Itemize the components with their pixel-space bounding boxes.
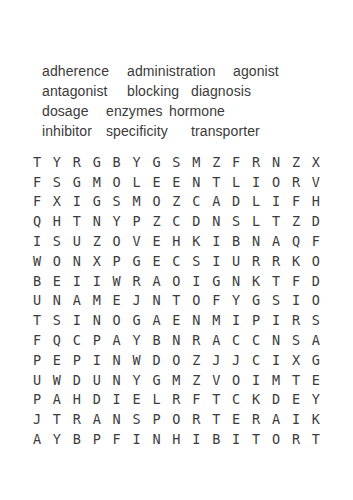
grid-cell-r9c6: G <box>127 310 147 330</box>
grid-cell-r3c15: H <box>306 192 326 212</box>
grid-cell-r10c12: C <box>246 330 266 350</box>
grid-cell-r4c1: Q <box>27 211 47 231</box>
grid-cell-r13c3: H <box>67 390 87 410</box>
grid-cell-r14c4: A <box>87 409 107 429</box>
grid-cell-r5c5: O <box>107 231 127 251</box>
grid-cell-r7c6: R <box>127 271 147 291</box>
grid-cell-r15c4: P <box>87 429 107 449</box>
grid-cell-r14c15: K <box>306 409 326 429</box>
grid-cell-r2c15: V <box>306 172 326 192</box>
word-list-item-dosage: dosage <box>42 104 89 119</box>
word-search-page: adherence administration agonist antagon… <box>0 0 353 500</box>
grid-cell-r11c4: I <box>87 350 107 370</box>
grid-cell-r13c4: D <box>87 390 107 410</box>
grid-cell-r14c11: E <box>226 409 246 429</box>
grid-cell-r12c12: I <box>246 370 266 390</box>
grid-cell-r8c12: G <box>246 291 266 311</box>
grid-cell-r8c11: Y <box>226 291 246 311</box>
grid-cell-r9c7: A <box>147 310 167 330</box>
grid-cell-r5c12: N <box>246 231 266 251</box>
grid-cell-r10c14: S <box>286 330 306 350</box>
grid-cell-r3c4: G <box>87 192 107 212</box>
grid-cell-r9c3: I <box>67 310 87 330</box>
grid-cell-r12c5: N <box>107 370 127 390</box>
grid-cell-r15c9: I <box>186 429 206 449</box>
grid-cell-r11c7: D <box>147 350 167 370</box>
grid-cell-r12c4: U <box>87 370 107 390</box>
grid-cell-r3c14: F <box>286 192 306 212</box>
grid-cell-r1c13: N <box>266 152 286 172</box>
grid-cell-r5c8: H <box>166 231 186 251</box>
grid-cell-r12c2: W <box>47 370 67 390</box>
grid-cell-r5c14: Q <box>286 231 306 251</box>
grid-cell-r2c3: G <box>67 172 87 192</box>
grid-cell-r12c10: V <box>206 370 226 390</box>
grid-cell-r6c8: C <box>166 251 186 271</box>
grid-cell-r6c7: E <box>147 251 167 271</box>
grid-cell-r13c1: P <box>27 390 47 410</box>
grid-cell-r6c14: K <box>286 251 306 271</box>
grid-cell-r2c4: M <box>87 172 107 192</box>
grid-cell-r8c2: N <box>47 291 67 311</box>
grid-cell-r7c15: D <box>306 271 326 291</box>
grid-cell-r3c10: A <box>206 192 226 212</box>
grid-cell-r1c8: S <box>166 152 186 172</box>
grid-cell-r8c5: E <box>107 291 127 311</box>
word-list-item-antagonist: antagonist <box>42 84 108 99</box>
grid-cell-r15c10: B <box>206 429 226 449</box>
grid-cell-r11c11: J <box>226 350 246 370</box>
grid-cell-r12c6: Y <box>127 370 147 390</box>
grid-cell-r2c5: O <box>107 172 127 192</box>
grid-cell-r10c1: F <box>27 330 47 350</box>
grid-cell-r2c2: S <box>47 172 67 192</box>
grid-cell-r1c6: Y <box>127 152 147 172</box>
grid-cell-r3c3: I <box>67 192 87 212</box>
grid-cell-r7c4: I <box>87 271 107 291</box>
grid-cell-r15c1: A <box>27 429 47 449</box>
grid-cell-r15c2: Y <box>47 429 67 449</box>
grid-cell-r15c15: T <box>306 429 326 449</box>
grid-cell-r15c3: B <box>67 429 87 449</box>
grid-cell-r9c13: I <box>266 310 286 330</box>
grid-cell-r12c14: T <box>286 370 306 390</box>
grid-cell-r10c2: Q <box>47 330 67 350</box>
grid-cell-r15c8: H <box>166 429 186 449</box>
grid-cell-r3c1: F <box>27 192 47 212</box>
grid-cell-r6c4: X <box>87 251 107 271</box>
grid-cell-r6c12: R <box>246 251 266 271</box>
grid-cell-r2c11: L <box>226 172 246 192</box>
grid-cell-r7c2: E <box>47 271 67 291</box>
grid-cell-r14c7: P <box>147 409 167 429</box>
grid-cell-r7c14: F <box>286 271 306 291</box>
grid-cell-r7c9: I <box>186 271 206 291</box>
grid-cell-r7c8: O <box>166 271 186 291</box>
grid-cell-r8c7: N <box>147 291 167 311</box>
grid-cell-r11c15: G <box>306 350 326 370</box>
grid-cell-r13c13: D <box>266 390 286 410</box>
grid-cell-r3c7: O <box>147 192 167 212</box>
grid-cell-r13c10: T <box>206 390 226 410</box>
grid-cell-r13c8: R <box>166 390 186 410</box>
grid-cell-r1c10: Z <box>206 152 226 172</box>
grid-cell-r13c11: C <box>226 390 246 410</box>
grid-cell-r8c9: O <box>186 291 206 311</box>
grid-cell-r2c12: I <box>246 172 266 192</box>
grid-cell-r5c15: F <box>306 231 326 251</box>
grid-cell-r2c13: O <box>266 172 286 192</box>
grid-cell-r14c13: A <box>266 409 286 429</box>
word-list-item-adherence: adherence <box>42 64 109 79</box>
grid-cell-r13c14: E <box>286 390 306 410</box>
grid-cell-r5c4: Z <box>87 231 107 251</box>
grid-cell-r1c15: X <box>306 152 326 172</box>
grid-cell-r6c9: S <box>186 251 206 271</box>
grid-cell-r9c5: O <box>107 310 127 330</box>
grid-cell-r1c5: B <box>107 152 127 172</box>
grid-cell-r8c13: S <box>266 291 286 311</box>
grid-cell-r9c8: E <box>166 310 186 330</box>
grid-cell-r15c7: N <box>147 429 167 449</box>
grid-cell-r9c2: S <box>47 310 67 330</box>
grid-cell-r8c15: O <box>306 291 326 311</box>
grid-cell-r5c13: A <box>266 231 286 251</box>
grid-cell-r4c3: T <box>67 211 87 231</box>
grid-cell-r15c13: O <box>266 429 286 449</box>
grid-cell-r1c12: R <box>246 152 266 172</box>
grid-cell-r4c11: S <box>226 211 246 231</box>
grid-cell-r9c14: R <box>286 310 306 330</box>
grid-cell-r3c9: C <box>186 192 206 212</box>
word-list-item-enzymes: enzymes <box>106 104 163 119</box>
grid-cell-r8c8: T <box>166 291 186 311</box>
grid-cell-r13c7: L <box>147 390 167 410</box>
grid-cell-r4c5: Y <box>107 211 127 231</box>
grid-cell-r8c14: I <box>286 291 306 311</box>
grid-cell-r2c14: R <box>286 172 306 192</box>
grid-cell-r10c4: P <box>87 330 107 350</box>
grid-cell-r14c3: R <box>67 409 87 429</box>
grid-cell-r3c12: L <box>246 192 266 212</box>
grid-cell-r5c10: I <box>206 231 226 251</box>
grid-cell-r13c6: E <box>127 390 147 410</box>
grid-cell-r7c10: G <box>206 271 226 291</box>
grid-cell-r13c12: K <box>246 390 266 410</box>
grid-cell-r6c6: G <box>127 251 147 271</box>
grid-cell-r8c3: A <box>67 291 87 311</box>
word-list-item-blocking: blocking <box>127 84 179 99</box>
grid-cell-r4c9: D <box>186 211 206 231</box>
grid-cell-r14c8: O <box>166 409 186 429</box>
grid-cell-r11c5: N <box>107 350 127 370</box>
grid-cell-r6c2: O <box>47 251 67 271</box>
grid-cell-r12c13: M <box>266 370 286 390</box>
grid-cell-r15c5: F <box>107 429 127 449</box>
word-list-item-agonist: agonist <box>233 64 279 79</box>
grid-cell-r2c7: E <box>147 172 167 192</box>
grid-cell-r14c12: R <box>246 409 266 429</box>
grid-cell-r9c4: N <box>87 310 107 330</box>
grid-cell-r10c10: A <box>206 330 226 350</box>
grid-cell-r10c15: A <box>306 330 326 350</box>
grid-cell-r2c6: L <box>127 172 147 192</box>
grid-cell-r3c6: M <box>127 192 147 212</box>
grid-cell-r1c14: Z <box>286 152 306 172</box>
grid-cell-r2c10: T <box>206 172 226 192</box>
grid-cell-r3c2: X <box>47 192 67 212</box>
grid-cell-r4c14: Z <box>286 211 306 231</box>
grid-cell-r9c9: N <box>186 310 206 330</box>
grid-cell-r10c11: C <box>226 330 246 350</box>
grid-cell-r2c9: N <box>186 172 206 192</box>
grid-cell-r6c13: R <box>266 251 286 271</box>
grid-cell-r4c4: N <box>87 211 107 231</box>
grid-cell-r12c11: O <box>226 370 246 390</box>
grid-cell-r1c1: T <box>27 152 47 172</box>
grid-cell-r11c13: I <box>266 350 286 370</box>
word-list-item-diagnosis: diagnosis <box>191 84 251 99</box>
grid-cell-r2c8: E <box>166 172 186 192</box>
grid-cell-r11c10: J <box>206 350 226 370</box>
grid-cell-r14c6: S <box>127 409 147 429</box>
grid-cell-r11c12: C <box>246 350 266 370</box>
grid-cell-r9c11: I <box>226 310 246 330</box>
grid-cell-r12c3: D <box>67 370 87 390</box>
grid-cell-r14c10: T <box>206 409 226 429</box>
grid-cell-r7c3: I <box>67 271 87 291</box>
word-list-item-transporter: transporter <box>191 124 260 139</box>
grid-cell-r1c2: Y <box>47 152 67 172</box>
grid-cell-r14c5: N <box>107 409 127 429</box>
grid-cell-r1c11: F <box>226 152 246 172</box>
grid-cell-r13c15: Y <box>306 390 326 410</box>
grid-cell-r8c10: F <box>206 291 226 311</box>
grid-cell-r14c1: J <box>27 409 47 429</box>
grid-cell-r11c2: E <box>47 350 67 370</box>
grid-cell-r6c3: N <box>67 251 87 271</box>
grid-cell-r12c1: U <box>27 370 47 390</box>
grid-cell-r3c5: S <box>107 192 127 212</box>
grid-cell-r7c1: B <box>27 271 47 291</box>
grid-cell-r10c13: N <box>266 330 286 350</box>
grid-cell-r14c2: T <box>47 409 67 429</box>
grid-cell-r3c8: Z <box>166 192 186 212</box>
grid-cell-r13c2: A <box>47 390 67 410</box>
grid-cell-r4c13: T <box>266 211 286 231</box>
grid-cell-r7c11: N <box>226 271 246 291</box>
grid-cell-r4c10: N <box>206 211 226 231</box>
grid-cell-r11c9: Z <box>186 350 206 370</box>
grid-cell-r15c14: R <box>286 429 306 449</box>
grid-cell-r4c8: C <box>166 211 186 231</box>
grid-cell-r10c6: Y <box>127 330 147 350</box>
grid-cell-r14c9: R <box>186 409 206 429</box>
grid-cell-r9c15: S <box>306 310 326 330</box>
grid-cell-r11c1: P <box>27 350 47 370</box>
grid-cell-r2c1: F <box>27 172 47 192</box>
grid-cell-r9c1: T <box>27 310 47 330</box>
grid-cell-r13c9: F <box>186 390 206 410</box>
grid-cell-r6c1: W <box>27 251 47 271</box>
grid-cell-r7c13: T <box>266 271 286 291</box>
grid-cell-r6c5: P <box>107 251 127 271</box>
grid-cell-r8c6: J <box>127 291 147 311</box>
grid-cell-r14c14: I <box>286 409 306 429</box>
grid-cell-r10c5: A <box>107 330 127 350</box>
grid-cell-r4c6: P <box>127 211 147 231</box>
grid-cell-r8c1: U <box>27 291 47 311</box>
grid-cell-r11c6: W <box>127 350 147 370</box>
grid-cell-r7c7: A <box>147 271 167 291</box>
grid-cell-r4c7: Z <box>147 211 167 231</box>
grid-cell-r12c15: E <box>306 370 326 390</box>
grid-cell-r4c12: L <box>246 211 266 231</box>
grid-cell-r10c9: R <box>186 330 206 350</box>
grid-cell-r3c13: I <box>266 192 286 212</box>
grid-cell-r10c7: B <box>147 330 167 350</box>
grid-cell-r4c2: H <box>47 211 67 231</box>
grid-cell-r6c15: O <box>306 251 326 271</box>
grid-cell-r6c10: I <box>206 251 226 271</box>
grid-cell-r1c9: M <box>186 152 206 172</box>
grid-cell-r12c9: Z <box>186 370 206 390</box>
grid-cell-r7c5: W <box>107 271 127 291</box>
grid-cell-r5c7: E <box>147 231 167 251</box>
grid-cell-r8c4: M <box>87 291 107 311</box>
word-search-grid: TYRGBYGSMZFRNZXFSGMOLEENTLIORVFXIGSMOZCA… <box>27 152 326 449</box>
word-list-item-inhibitor: inhibitor <box>42 124 92 139</box>
grid-cell-r15c12: T <box>246 429 266 449</box>
grid-cell-r12c7: G <box>147 370 167 390</box>
grid-cell-r10c3: C <box>67 330 87 350</box>
grid-cell-r5c6: V <box>127 231 147 251</box>
grid-cell-r9c12: P <box>246 310 266 330</box>
grid-cell-r5c2: S <box>47 231 67 251</box>
grid-cell-r11c3: P <box>67 350 87 370</box>
word-list-item-hormone: hormone <box>169 104 225 119</box>
grid-cell-r7c12: K <box>246 271 266 291</box>
grid-cell-r5c1: I <box>27 231 47 251</box>
grid-cell-r10c8: N <box>166 330 186 350</box>
grid-cell-r13c5: I <box>107 390 127 410</box>
grid-cell-r15c6: I <box>127 429 147 449</box>
word-list-item-specificity: specificity <box>106 124 168 139</box>
word-list-item-administration: administration <box>127 64 216 79</box>
grid-cell-r5c9: K <box>186 231 206 251</box>
grid-cell-r6c11: U <box>226 251 246 271</box>
grid-cell-r5c11: B <box>226 231 246 251</box>
grid-cell-r1c4: G <box>87 152 107 172</box>
grid-cell-r9c10: M <box>206 310 226 330</box>
grid-cell-r1c3: R <box>67 152 87 172</box>
grid-cell-r12c8: M <box>166 370 186 390</box>
grid-cell-r1c7: G <box>147 152 167 172</box>
grid-cell-r11c8: O <box>166 350 186 370</box>
grid-cell-r5c3: U <box>67 231 87 251</box>
grid-cell-r11c14: X <box>286 350 306 370</box>
grid-cell-r4c15: D <box>306 211 326 231</box>
grid-cell-r15c11: I <box>226 429 246 449</box>
grid-cell-r3c11: D <box>226 192 246 212</box>
